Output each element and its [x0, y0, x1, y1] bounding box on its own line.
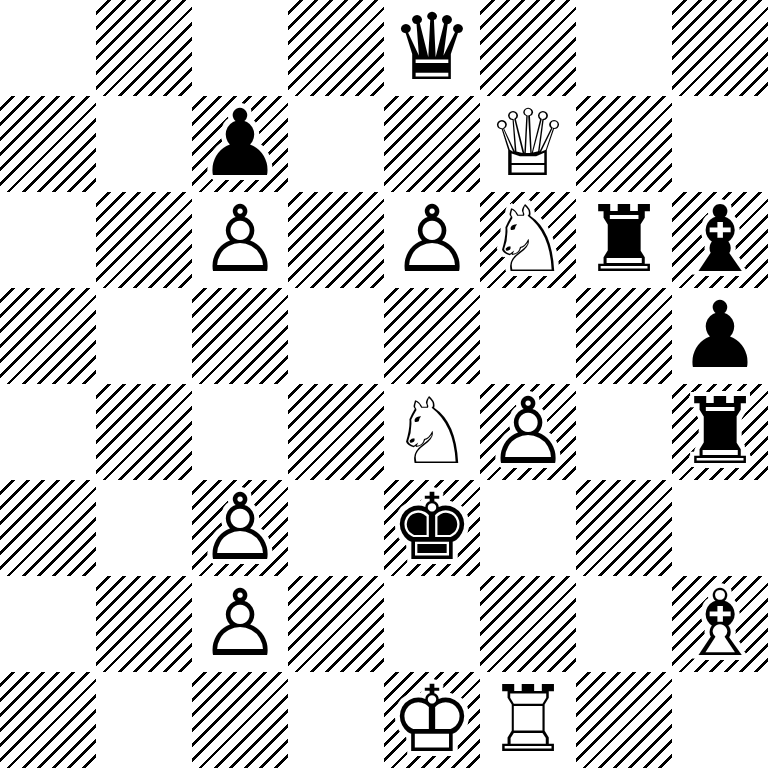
white-pawn-f4: ♟♙ [480, 384, 576, 480]
black-bishop-h6: ♝♝ [672, 192, 768, 288]
white-bishop-glyph: ♗ [679, 576, 761, 672]
square-a3[interactable] [0, 480, 96, 576]
square-a4[interactable] [0, 384, 96, 480]
white-pawn-glyph: ♙ [391, 192, 473, 288]
square-d2[interactable] [288, 576, 384, 672]
square-b6[interactable] [96, 192, 192, 288]
black-bishop-glyph: ♝ [679, 192, 761, 288]
white-bishop-h2: ♝♗ [672, 576, 768, 672]
square-b1[interactable] [96, 672, 192, 768]
square-c1[interactable] [192, 672, 288, 768]
square-e5[interactable] [384, 288, 480, 384]
white-king-e1: ♚♔ [384, 672, 480, 768]
square-d1[interactable] [288, 672, 384, 768]
black-rook-glyph: ♜ [679, 384, 761, 480]
square-c2[interactable]: ♟♙ [192, 576, 288, 672]
square-d3[interactable] [288, 480, 384, 576]
square-g2[interactable] [576, 576, 672, 672]
white-rook-glyph: ♖ [487, 672, 569, 768]
black-rook-g6: ♜♜ [576, 192, 672, 288]
white-pawn-e6: ♟♙ [384, 192, 480, 288]
white-pawn-c6: ♟♙ [192, 192, 288, 288]
square-e2[interactable] [384, 576, 480, 672]
square-d6[interactable] [288, 192, 384, 288]
square-g7[interactable] [576, 96, 672, 192]
square-e6[interactable]: ♟♙ [384, 192, 480, 288]
square-f6[interactable]: ♞♘ [480, 192, 576, 288]
square-h8[interactable] [672, 0, 768, 96]
black-rook-h4: ♜♜ [672, 384, 768, 480]
square-a1[interactable] [0, 672, 96, 768]
square-h6[interactable]: ♝♝ [672, 192, 768, 288]
square-g3[interactable] [576, 480, 672, 576]
square-b3[interactable] [96, 480, 192, 576]
white-pawn-c2: ♟♙ [192, 576, 288, 672]
square-d4[interactable] [288, 384, 384, 480]
white-pawn-glyph: ♙ [199, 576, 281, 672]
square-h5[interactable]: ♟♟ [672, 288, 768, 384]
square-c6[interactable]: ♟♙ [192, 192, 288, 288]
black-pawn-c7: ♟♟ [192, 96, 288, 192]
white-pawn-glyph: ♙ [487, 384, 569, 480]
square-f5[interactable] [480, 288, 576, 384]
white-pawn-glyph: ♙ [199, 480, 281, 576]
black-rook-glyph: ♜ [583, 192, 665, 288]
square-h2[interactable]: ♝♗ [672, 576, 768, 672]
square-e8[interactable]: ♛♛ [384, 0, 480, 96]
white-rook-f1: ♜♖ [480, 672, 576, 768]
white-pawn-c3: ♟♙ [192, 480, 288, 576]
square-e7[interactable] [384, 96, 480, 192]
black-king-glyph: ♚ [391, 480, 473, 576]
square-b2[interactable] [96, 576, 192, 672]
square-a6[interactable] [0, 192, 96, 288]
square-a8[interactable] [0, 0, 96, 96]
white-knight-glyph: ♘ [487, 192, 569, 288]
square-e1[interactable]: ♚♔ [384, 672, 480, 768]
white-knight-e4: ♞♘ [384, 384, 480, 480]
square-g1[interactable] [576, 672, 672, 768]
square-f7[interactable]: ♛♕ [480, 96, 576, 192]
square-e4[interactable]: ♞♘ [384, 384, 480, 480]
white-queen-glyph: ♕ [487, 96, 569, 192]
square-d5[interactable] [288, 288, 384, 384]
square-g8[interactable] [576, 0, 672, 96]
white-queen-f7: ♛♕ [480, 96, 576, 192]
square-b8[interactable] [96, 0, 192, 96]
square-b5[interactable] [96, 288, 192, 384]
square-a7[interactable] [0, 96, 96, 192]
square-c7[interactable]: ♟♟ [192, 96, 288, 192]
square-a5[interactable] [0, 288, 96, 384]
square-e3[interactable]: ♚♚ [384, 480, 480, 576]
square-f3[interactable] [480, 480, 576, 576]
black-pawn-glyph: ♟ [679, 288, 761, 384]
black-pawn-h5: ♟♟ [672, 288, 768, 384]
square-f2[interactable] [480, 576, 576, 672]
black-queen-glyph: ♛ [391, 0, 473, 96]
square-d7[interactable] [288, 96, 384, 192]
square-h3[interactable] [672, 480, 768, 576]
square-c8[interactable] [192, 0, 288, 96]
square-f1[interactable]: ♜♖ [480, 672, 576, 768]
square-a2[interactable] [0, 576, 96, 672]
square-d8[interactable] [288, 0, 384, 96]
square-f4[interactable]: ♟♙ [480, 384, 576, 480]
square-b7[interactable] [96, 96, 192, 192]
square-g4[interactable] [576, 384, 672, 480]
black-queen-e8: ♛♛ [384, 0, 480, 96]
square-f8[interactable] [480, 0, 576, 96]
square-c3[interactable]: ♟♙ [192, 480, 288, 576]
square-g5[interactable] [576, 288, 672, 384]
black-king-e3: ♚♚ [384, 480, 480, 576]
square-b4[interactable] [96, 384, 192, 480]
white-knight-glyph: ♘ [391, 384, 473, 480]
square-h1[interactable] [672, 672, 768, 768]
black-pawn-glyph: ♟ [199, 96, 281, 192]
white-king-glyph: ♔ [391, 672, 473, 768]
square-c4[interactable] [192, 384, 288, 480]
square-h7[interactable] [672, 96, 768, 192]
chess-board: ♛♛♟♟♛♕♟♙♟♙♞♘♜♜♝♝♟♟♞♘♟♙♜♜♟♙♚♚♟♙♝♗♚♔♜♖ [0, 0, 768, 768]
square-c5[interactable] [192, 288, 288, 384]
white-pawn-glyph: ♙ [199, 192, 281, 288]
square-h4[interactable]: ♜♜ [672, 384, 768, 480]
white-knight-f6: ♞♘ [480, 192, 576, 288]
square-g6[interactable]: ♜♜ [576, 192, 672, 288]
